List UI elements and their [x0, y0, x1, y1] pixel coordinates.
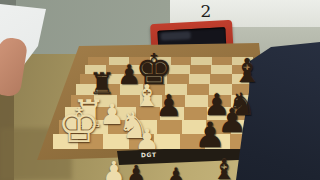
- board-row-file-b: [85, 65, 254, 74]
- square-e4: [140, 95, 163, 107]
- square-e1: [71, 95, 94, 107]
- square-g1: [59, 120, 83, 134]
- dgt-logo: DGT: [141, 151, 157, 159]
- board-row-file-g: [59, 120, 255, 134]
- square-f5: [160, 107, 184, 120]
- square-c4: [145, 74, 167, 84]
- square-b6: [190, 65, 211, 74]
- square-g3: [108, 120, 132, 134]
- square-h7: [205, 134, 230, 149]
- board-row-file-c: [80, 74, 253, 84]
- square-g5: [157, 120, 181, 134]
- square-f6: [184, 107, 208, 120]
- square-h3: [103, 134, 128, 149]
- square-f1: [65, 107, 89, 120]
- square-e2: [94, 95, 117, 107]
- square-f2: [89, 107, 113, 120]
- square-f7: [207, 107, 231, 120]
- board-row-file-f: [65, 107, 255, 120]
- square-c7: [210, 74, 232, 84]
- square-e7: [208, 95, 231, 107]
- tournament-photo-scene: 2 DGT ♝♟♚♜♝♞♟♟♟♜♟♞♚♟♟ ♟♟♟♝: [0, 0, 320, 180]
- square-h1: [53, 134, 78, 149]
- square-f4: [136, 107, 160, 120]
- square-f3: [113, 107, 137, 120]
- square-d1: [76, 84, 98, 95]
- square-a7: [212, 57, 233, 65]
- square-d6: [187, 84, 209, 95]
- table-number-sign: 2: [194, 1, 218, 21]
- square-g7: [206, 120, 230, 134]
- board-row-file-h: [53, 134, 256, 149]
- board-row-file-a: [88, 57, 253, 65]
- board-row-file-d: [76, 84, 254, 95]
- square-c3: [124, 74, 146, 84]
- square-g2: [84, 120, 108, 134]
- square-b3: [127, 65, 148, 74]
- square-b5: [169, 65, 190, 74]
- square-b1: [85, 65, 106, 74]
- square-b4: [148, 65, 169, 74]
- square-a3: [129, 57, 150, 65]
- clock-display-glare: [160, 31, 190, 41]
- square-c5: [167, 74, 189, 84]
- square-d7: [209, 84, 231, 95]
- square-h2: [78, 134, 103, 149]
- square-e6: [185, 95, 208, 107]
- square-h5: [154, 134, 179, 149]
- square-d2: [98, 84, 120, 95]
- square-a2: [109, 57, 130, 65]
- square-h4: [129, 134, 154, 149]
- square-a6: [191, 57, 212, 65]
- square-e5: [162, 95, 185, 107]
- square-a5: [171, 57, 192, 65]
- square-a1: [88, 57, 109, 65]
- square-a4: [150, 57, 171, 65]
- square-g6: [182, 120, 206, 134]
- square-d5: [165, 84, 187, 95]
- square-c1: [80, 74, 102, 84]
- square-c2: [102, 74, 124, 84]
- square-e3: [117, 95, 140, 107]
- square-h6: [180, 134, 205, 149]
- square-b2: [106, 65, 127, 74]
- board-row-file-e: [71, 95, 255, 107]
- square-d3: [120, 84, 142, 95]
- square-b7: [211, 65, 232, 74]
- square-c6: [189, 74, 211, 84]
- square-g4: [133, 120, 157, 134]
- square-d4: [143, 84, 165, 95]
